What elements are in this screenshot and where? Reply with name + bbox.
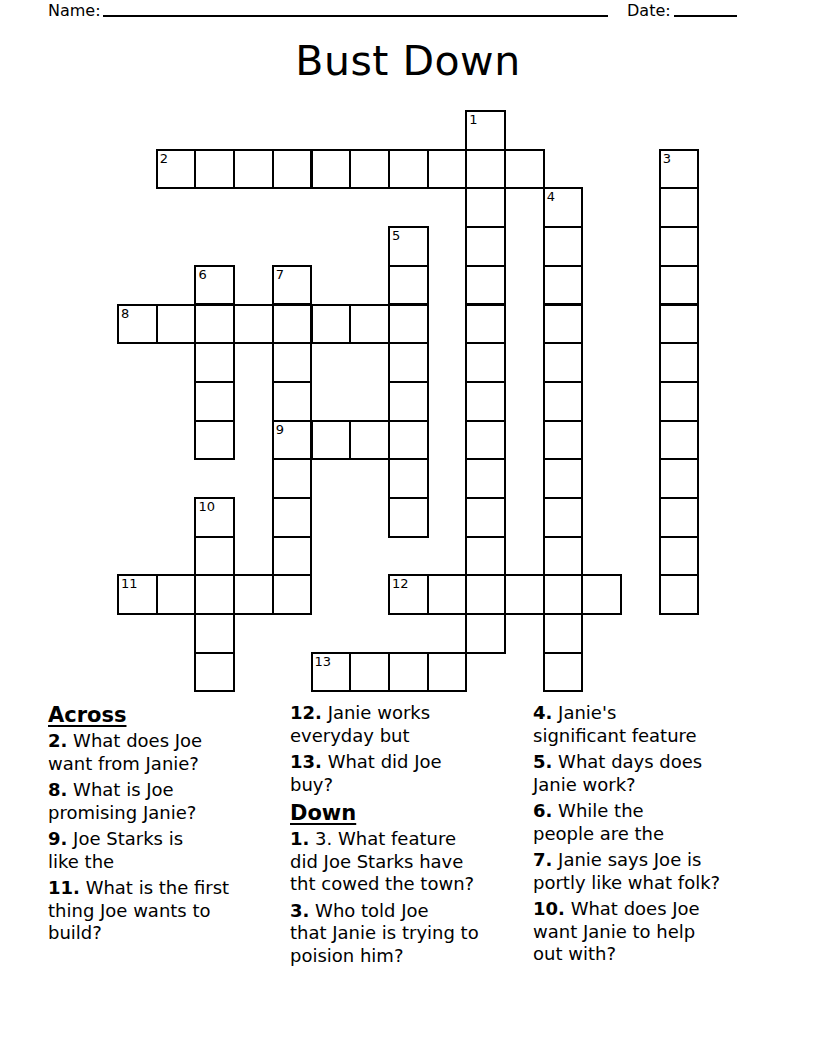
- grid-cell-r4c2[interactable]: 6: [194, 265, 235, 306]
- grid-cell-r1c7[interactable]: [388, 149, 429, 190]
- grid-cell-r5c0[interactable]: 8: [117, 304, 158, 345]
- grid-cell-r2c14[interactable]: [659, 187, 700, 228]
- clue-text: Janie says Joe is portly like what folk?: [533, 849, 720, 893]
- clue-across-2: 2. What does Joe want from Janie?: [48, 730, 290, 775]
- grid-cell-r5c6[interactable]: [349, 304, 390, 345]
- across-header: Across: [48, 702, 290, 728]
- clue-number: 13.: [290, 751, 322, 772]
- puzzle-title: Bust Down: [0, 36, 816, 86]
- clue-down-1: 1. 3. What feature did Joe Starks have t…: [290, 828, 532, 896]
- clues-column-1: Across 2. What does Joe want from Janie?…: [48, 702, 290, 949]
- name-blank-line[interactable]: [103, 15, 608, 17]
- clue-text: 3. What feature did Joe Starks have tht …: [290, 828, 474, 894]
- grid-cell-r13c11[interactable]: [543, 613, 584, 654]
- clue-text: What does Joe want from Janie?: [48, 730, 202, 774]
- clue-number: 8.: [48, 779, 67, 800]
- clue-text: While the people are the: [533, 800, 664, 844]
- grid-cell-r0c9[interactable]: 1: [465, 110, 506, 151]
- grid-cell-r6c2[interactable]: [194, 342, 235, 383]
- clue-number: 5.: [533, 751, 552, 772]
- grid-cell-r11c4[interactable]: [272, 536, 313, 577]
- cell-number-8: 8: [121, 306, 129, 321]
- clue-across-12: 12. Janie works everyday but: [290, 702, 532, 747]
- grid-cell-r1c2[interactable]: [194, 149, 235, 190]
- grid-cell-r3c11[interactable]: [543, 226, 584, 267]
- grid-cell-r9c9[interactable]: [465, 458, 506, 499]
- clue-text: Who told Joe that Janie is trying to poi…: [290, 900, 479, 966]
- grid-cell-r6c7[interactable]: [388, 342, 429, 383]
- date-label: Date:: [627, 1, 671, 20]
- name-label: Name:: [48, 1, 101, 20]
- grid-cell-r12c8[interactable]: [427, 574, 468, 615]
- clue-number: 3.: [290, 900, 309, 921]
- clue-down-3: 3. Who told Joe that Janie is trying to …: [290, 900, 532, 968]
- grid-cell-r5c1[interactable]: [156, 304, 197, 345]
- clue-down-7: 7. Janie says Joe is portly like what fo…: [533, 849, 775, 894]
- grid-cell-r11c2[interactable]: [194, 536, 235, 577]
- grid-cell-r6c9[interactable]: [465, 342, 506, 383]
- grid-cell-r3c14[interactable]: [659, 226, 700, 267]
- grid-cell-r5c14[interactable]: [659, 304, 700, 345]
- clue-down-6: 6. While the people are the: [533, 800, 775, 845]
- grid-cell-r2c9[interactable]: [465, 187, 506, 228]
- clue-number: 4.: [533, 702, 552, 723]
- grid-cell-r5c2[interactable]: [194, 304, 235, 345]
- grid-cell-r11c11[interactable]: [543, 536, 584, 577]
- grid-cell-r12c7[interactable]: 12: [388, 574, 429, 615]
- clue-number: 10.: [533, 898, 565, 919]
- clue-number: 12.: [290, 702, 322, 723]
- grid-cell-r4c9[interactable]: [465, 265, 506, 306]
- grid-cell-r12c1[interactable]: [156, 574, 197, 615]
- grid-cell-r3c7[interactable]: 5: [388, 226, 429, 267]
- grid-cell-r3c9[interactable]: [465, 226, 506, 267]
- grid-cell-r12c11[interactable]: [543, 574, 584, 615]
- clue-number: 11.: [48, 877, 80, 898]
- cell-number-9: 9: [276, 422, 284, 437]
- grid-cell-r14c6[interactable]: [349, 652, 390, 693]
- grid-cell-r2c11[interactable]: 4: [543, 187, 584, 228]
- grid-cell-r8c4[interactable]: 9: [272, 420, 313, 461]
- clue-number: 7.: [533, 849, 552, 870]
- grid-cell-r1c5[interactable]: [311, 149, 352, 190]
- clue-across-8: 8. What is Joe promising Janie?: [48, 779, 290, 824]
- grid-cell-r10c9[interactable]: [465, 497, 506, 538]
- grid-cell-r9c11[interactable]: [543, 458, 584, 499]
- cell-number-10: 10: [198, 499, 215, 514]
- grid-cell-r12c4[interactable]: [272, 574, 313, 615]
- grid-cell-r1c4[interactable]: [272, 149, 313, 190]
- cell-number-2: 2: [160, 151, 168, 166]
- grid-cell-r10c7[interactable]: [388, 497, 429, 538]
- clue-text: What is Joe promising Janie?: [48, 779, 196, 823]
- grid-cell-r6c11[interactable]: [543, 342, 584, 383]
- grid-cell-r5c5[interactable]: [311, 304, 352, 345]
- grid-cell-r9c7[interactable]: [388, 458, 429, 499]
- grid-cell-r5c11[interactable]: [543, 304, 584, 345]
- clue-across-11: 11. What is the first thing Joe wants to…: [48, 877, 290, 945]
- clues-column-2: 12. Janie works everyday but 13. What di…: [290, 702, 532, 971]
- cell-number-4: 4: [547, 189, 555, 204]
- grid-cell-r8c9[interactable]: [465, 420, 506, 461]
- grid-cell-r11c14[interactable]: [659, 536, 700, 577]
- grid-cell-r1c6[interactable]: [349, 149, 390, 190]
- grid-cell-r1c14[interactable]: 3: [659, 149, 700, 190]
- grid-cell-r12c9[interactable]: [465, 574, 506, 615]
- grid-cell-r7c9[interactable]: [465, 381, 506, 422]
- grid-cell-r7c2[interactable]: [194, 381, 235, 422]
- grid-cell-r14c11[interactable]: [543, 652, 584, 693]
- grid-cell-r1c10[interactable]: [504, 149, 545, 190]
- clue-across-13: 13. What did Joe buy?: [290, 751, 532, 796]
- grid-cell-r8c6[interactable]: [349, 420, 390, 461]
- grid-cell-r10c2[interactable]: 10: [194, 497, 235, 538]
- grid-cell-r12c0[interactable]: 11: [117, 574, 158, 615]
- grid-cell-r5c9[interactable]: [465, 304, 506, 345]
- cell-number-6: 6: [198, 267, 206, 282]
- grid-cell-r8c7[interactable]: [388, 420, 429, 461]
- grid-cell-r1c9[interactable]: [465, 149, 506, 190]
- grid-cell-r8c2[interactable]: [194, 420, 235, 461]
- grid-cell-r5c4[interactable]: [272, 304, 313, 345]
- clue-down-10: 10. What does Joe want Janie to help out…: [533, 898, 775, 966]
- grid-cell-r12c3[interactable]: [233, 574, 274, 615]
- grid-cell-r12c10[interactable]: [504, 574, 545, 615]
- grid-cell-r14c8[interactable]: [427, 652, 468, 693]
- clues-column-3: 4. Janie's significant feature 5. What d…: [533, 702, 775, 970]
- grid-cell-r12c14[interactable]: [659, 574, 700, 615]
- grid-cell-r12c2[interactable]: [194, 574, 235, 615]
- grid-cell-r4c7[interactable]: [388, 265, 429, 306]
- grid-cell-r4c14[interactable]: [659, 265, 700, 306]
- date-blank-line[interactable]: [674, 15, 737, 17]
- grid-cell-r1c8[interactable]: [427, 149, 468, 190]
- crossword-grid: 12345678910111213: [117, 110, 700, 693]
- grid-cell-r6c4[interactable]: [272, 342, 313, 383]
- grid-cell-r14c5[interactable]: 13: [311, 652, 352, 693]
- grid-cell-r14c7[interactable]: [388, 652, 429, 693]
- grid-cell-r10c4[interactable]: [272, 497, 313, 538]
- down-header: Down: [290, 800, 532, 826]
- clue-text: Joe Starks is like the: [48, 828, 183, 872]
- grid-cell-r14c2[interactable]: [194, 652, 235, 693]
- clue-number: 1.: [290, 828, 309, 849]
- grid-cell-r8c11[interactable]: [543, 420, 584, 461]
- grid-cell-r13c2[interactable]: [194, 613, 235, 654]
- grid-cell-r8c5[interactable]: [311, 420, 352, 461]
- grid-cell-r1c1[interactable]: 2: [156, 149, 197, 190]
- grid-cell-r8c14[interactable]: [659, 420, 700, 461]
- grid-cell-r11c9[interactable]: [465, 536, 506, 577]
- grid-cell-r10c11[interactable]: [543, 497, 584, 538]
- clue-text: Janie's significant feature: [533, 702, 697, 746]
- grid-cell-r7c7[interactable]: [388, 381, 429, 422]
- clue-down-5: 5. What days does Janie work?: [533, 751, 775, 796]
- clue-number: 6.: [533, 800, 552, 821]
- grid-cell-r12c12[interactable]: [581, 574, 622, 615]
- cell-number-1: 1: [469, 112, 477, 127]
- grid-cell-r10c14[interactable]: [659, 497, 700, 538]
- grid-cell-r4c4[interactable]: 7: [272, 265, 313, 306]
- cell-number-5: 5: [392, 228, 400, 243]
- clue-down-4: 4. Janie's significant feature: [533, 702, 775, 747]
- grid-cell-r5c7[interactable]: [388, 304, 429, 345]
- grid-cell-r1c3[interactable]: [233, 149, 274, 190]
- grid-cell-r13c9[interactable]: [465, 613, 506, 654]
- grid-cell-r7c4[interactable]: [272, 381, 313, 422]
- grid-cell-r5c3[interactable]: [233, 304, 274, 345]
- cell-number-7: 7: [276, 267, 284, 282]
- clue-across-9: 9. Joe Starks is like the: [48, 828, 290, 873]
- cell-number-11: 11: [121, 576, 138, 591]
- grid-cell-r9c4[interactable]: [272, 458, 313, 499]
- cell-number-12: 12: [392, 576, 409, 591]
- worksheet-page: { "game": "crossword", "title": "Bust Do…: [0, 0, 816, 1056]
- grid-cell-r7c14[interactable]: [659, 381, 700, 422]
- clue-number: 2.: [48, 730, 67, 751]
- cell-number-13: 13: [315, 654, 332, 669]
- grid-cell-r4c11[interactable]: [543, 265, 584, 306]
- clue-text: What days does Janie work?: [533, 751, 702, 795]
- cell-number-3: 3: [663, 151, 671, 166]
- grid-cell-r9c14[interactable]: [659, 458, 700, 499]
- grid-cell-r7c11[interactable]: [543, 381, 584, 422]
- clue-number: 9.: [48, 828, 67, 849]
- grid-cell-r6c14[interactable]: [659, 342, 700, 383]
